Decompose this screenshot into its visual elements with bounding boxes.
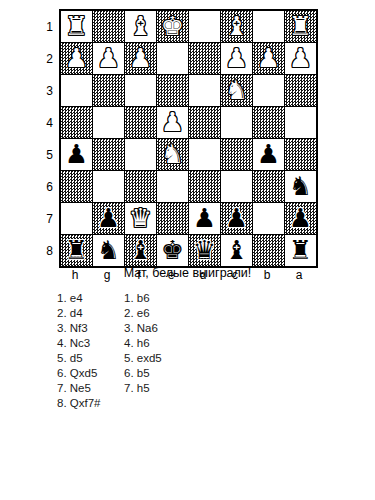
black-bishop-f8: ♝ xyxy=(125,235,156,266)
move-entry: 5. exd5 xyxy=(124,351,162,366)
square-b6 xyxy=(253,171,284,202)
white-pawn-e4: ♟ xyxy=(157,107,188,138)
square-f6 xyxy=(125,171,156,202)
rank-label: 8 xyxy=(39,235,59,267)
square-f2: ♟ xyxy=(125,43,156,74)
square-c7: ♟ xyxy=(221,203,252,234)
square-d3 xyxy=(189,75,220,106)
move-entry: 3. Nf3 xyxy=(57,321,124,336)
square-h2: ♟ xyxy=(61,43,92,74)
square-e1: ♚ xyxy=(157,11,188,42)
square-e8: ♚ xyxy=(157,235,188,266)
square-d5 xyxy=(189,139,220,170)
square-a6: ♞ xyxy=(285,171,316,202)
square-h5: ♟ xyxy=(61,139,92,170)
white-pawn-a2: ♟ xyxy=(285,43,316,74)
square-f3 xyxy=(125,75,156,106)
square-g4 xyxy=(93,107,124,138)
white-knight-e5: ♞ xyxy=(157,139,188,170)
chess-diagram-page: 12345678 ♜♝♚♝♜♟♟♟♟♟♟♞♟♟♞♟♞♟♛♟♟♟♜♞♝♚♛♝♜ h… xyxy=(0,0,375,500)
square-f8: ♝ xyxy=(125,235,156,266)
white-rook-a1: ♜ xyxy=(285,11,316,42)
black-pawn-c7: ♟ xyxy=(221,203,252,234)
black-rook-a8: ♜ xyxy=(285,235,316,266)
rank-label: 2 xyxy=(39,43,59,75)
move-entry: 2. d4 xyxy=(57,306,124,321)
square-g7: ♟ xyxy=(93,203,124,234)
square-c3: ♞ xyxy=(221,75,252,106)
white-pawn-c2: ♟ xyxy=(221,43,252,74)
square-h6 xyxy=(61,171,92,202)
square-e7 xyxy=(157,203,188,234)
square-b5: ♟ xyxy=(253,139,284,170)
square-f7: ♛ xyxy=(125,203,156,234)
move-entry: 6. b5 xyxy=(124,366,162,381)
white-pawn-b2: ♟ xyxy=(253,43,284,74)
move-entry: 6. Qxd5 xyxy=(57,366,124,381)
square-c2: ♟ xyxy=(221,43,252,74)
square-b8 xyxy=(253,235,284,266)
square-e6 xyxy=(157,171,188,202)
chess-board: ♜♝♚♝♜♟♟♟♟♟♟♞♟♟♞♟♞♟♛♟♟♟♜♞♝♚♛♝♜ xyxy=(59,9,318,268)
black-moves-column: 1. b62. e63. Na64. h65. exd56. b57. h5 xyxy=(124,291,162,411)
square-d6 xyxy=(189,171,220,202)
square-d8: ♛ xyxy=(189,235,220,266)
square-d7: ♟ xyxy=(189,203,220,234)
square-g3 xyxy=(93,75,124,106)
result-caption: Мат, белые выиграли! xyxy=(0,266,375,280)
square-g5 xyxy=(93,139,124,170)
white-pawn-g2: ♟ xyxy=(93,43,124,74)
square-h4 xyxy=(61,107,92,138)
white-knight-c3: ♞ xyxy=(221,75,252,106)
square-f1: ♝ xyxy=(125,11,156,42)
rank-labels: 12345678 xyxy=(39,9,59,268)
square-g1 xyxy=(93,11,124,42)
move-entry: 7. h5 xyxy=(124,381,162,396)
square-f4 xyxy=(125,107,156,138)
black-knight-g8: ♞ xyxy=(93,235,124,266)
move-list: 1. e42. d43. Nf34. Nc35. d56. Qxd57. Ne5… xyxy=(57,291,162,411)
square-h1: ♜ xyxy=(61,11,92,42)
square-c4 xyxy=(221,107,252,138)
square-d2 xyxy=(189,43,220,74)
square-a7: ♟ xyxy=(285,203,316,234)
black-pawn-a7: ♟ xyxy=(285,203,316,234)
board-block: 12345678 ♜♝♚♝♜♟♟♟♟♟♟♞♟♟♞♟♞♟♛♟♟♟♜♞♝♚♛♝♜ xyxy=(39,9,318,268)
move-entry: 4. Nc3 xyxy=(57,336,124,351)
square-h3 xyxy=(61,75,92,106)
move-entry: 4. h6 xyxy=(124,336,162,351)
square-d4 xyxy=(189,107,220,138)
square-a2: ♟ xyxy=(285,43,316,74)
move-entry: 8. Qxf7# xyxy=(57,396,124,411)
square-a4 xyxy=(285,107,316,138)
square-a3 xyxy=(285,75,316,106)
black-queen-d8: ♛ xyxy=(189,235,220,266)
square-a8: ♜ xyxy=(285,235,316,266)
black-pawn-g7: ♟ xyxy=(93,203,124,234)
square-e4: ♟ xyxy=(157,107,188,138)
rank-label: 3 xyxy=(39,75,59,107)
move-entry: 2. e6 xyxy=(124,306,162,321)
rank-label: 7 xyxy=(39,203,59,235)
white-queen-f7: ♛ xyxy=(125,203,156,234)
white-pawn-h2: ♟ xyxy=(61,43,92,74)
square-a5 xyxy=(285,139,316,170)
square-b1 xyxy=(253,11,284,42)
square-h8: ♜ xyxy=(61,235,92,266)
square-b4 xyxy=(253,107,284,138)
square-g2: ♟ xyxy=(93,43,124,74)
square-h7 xyxy=(61,203,92,234)
square-c8: ♝ xyxy=(221,235,252,266)
white-bishop-f1: ♝ xyxy=(125,11,156,42)
black-pawn-d7: ♟ xyxy=(189,203,220,234)
move-entry: 1. e4 xyxy=(57,291,124,306)
move-entry: 3. Na6 xyxy=(124,321,162,336)
square-e5: ♞ xyxy=(157,139,188,170)
square-b3 xyxy=(253,75,284,106)
move-entry: 5. d5 xyxy=(57,351,124,366)
square-a1: ♜ xyxy=(285,11,316,42)
white-rook-h1: ♜ xyxy=(61,11,92,42)
square-d1 xyxy=(189,11,220,42)
square-b2: ♟ xyxy=(253,43,284,74)
rank-label: 1 xyxy=(39,11,59,43)
white-pawn-f2: ♟ xyxy=(125,43,156,74)
white-king-e1: ♚ xyxy=(157,11,188,42)
square-e2 xyxy=(157,43,188,74)
square-g6 xyxy=(93,171,124,202)
black-bishop-c8: ♝ xyxy=(221,235,252,266)
square-g8: ♞ xyxy=(93,235,124,266)
square-c1: ♝ xyxy=(221,11,252,42)
black-pawn-h5: ♟ xyxy=(61,139,92,170)
rank-label: 4 xyxy=(39,107,59,139)
square-c5 xyxy=(221,139,252,170)
black-knight-a6: ♞ xyxy=(285,171,316,202)
move-entry: 1. b6 xyxy=(124,291,162,306)
white-bishop-c1: ♝ xyxy=(221,11,252,42)
rank-label: 6 xyxy=(39,171,59,203)
square-e3 xyxy=(157,75,188,106)
square-b7 xyxy=(253,203,284,234)
square-c6 xyxy=(221,171,252,202)
black-pawn-b5: ♟ xyxy=(253,139,284,170)
move-entry: 7. Ne5 xyxy=(57,381,124,396)
black-rook-h8: ♜ xyxy=(61,235,92,266)
square-f5 xyxy=(125,139,156,170)
rank-label: 5 xyxy=(39,139,59,171)
white-moves-column: 1. e42. d43. Nf34. Nc35. d56. Qxd57. Ne5… xyxy=(57,291,124,411)
black-king-e8: ♚ xyxy=(157,235,188,266)
